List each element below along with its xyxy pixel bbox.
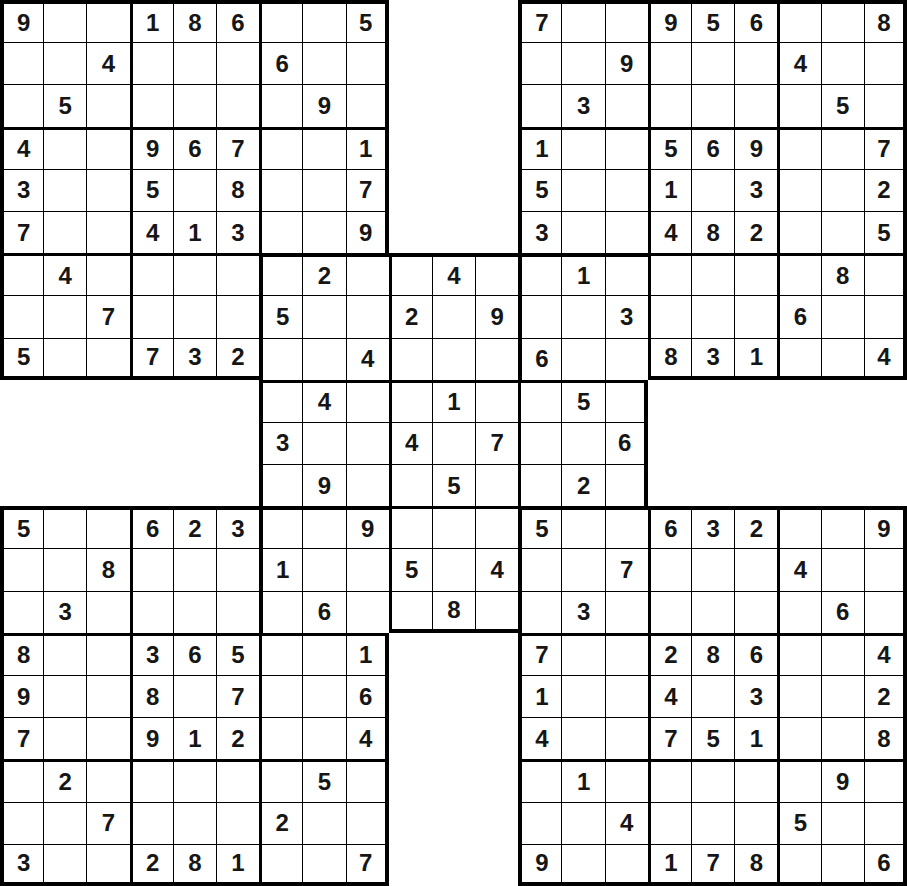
- cell-15-17-given[interactable]: 6: [734, 633, 777, 675]
- cell-19-2-given[interactable]: 7: [86, 802, 129, 844]
- cell-18-16-empty[interactable]: [691, 759, 734, 801]
- cell-14-3-empty[interactable]: [130, 591, 173, 633]
- cell-8-16-given[interactable]: 3: [691, 338, 734, 380]
- cell-8-18-empty[interactable]: [777, 338, 820, 380]
- cell-8-0-given[interactable]: 5: [0, 338, 43, 380]
- cell-16-7-empty[interactable]: [302, 675, 345, 717]
- cell-2-17-empty[interactable]: [734, 84, 777, 126]
- cell-0-3-given[interactable]: 1: [130, 0, 173, 42]
- cell-11-8-empty[interactable]: [346, 464, 389, 506]
- cell-4-5-given[interactable]: 8: [216, 169, 259, 211]
- cell-3-20-given[interactable]: 7: [864, 127, 907, 169]
- cell-15-20-given[interactable]: 4: [864, 633, 907, 675]
- cell-12-18-empty[interactable]: [777, 506, 820, 548]
- cell-1-4-empty[interactable]: [173, 42, 216, 84]
- cell-13-11-given[interactable]: 4: [475, 548, 518, 590]
- cell-10-9-given[interactable]: 4: [389, 422, 432, 464]
- cell-14-19-given[interactable]: 6: [821, 591, 864, 633]
- cell-5-14-empty[interactable]: [605, 211, 648, 253]
- cell-1-7-empty[interactable]: [302, 42, 345, 84]
- cell-17-0-given[interactable]: 7: [0, 717, 43, 759]
- cell-14-5-empty[interactable]: [216, 591, 259, 633]
- cell-1-19-empty[interactable]: [821, 42, 864, 84]
- cell-16-4-empty[interactable]: [173, 675, 216, 717]
- cell-3-19-empty[interactable]: [821, 127, 864, 169]
- cell-15-4-given[interactable]: 6: [173, 633, 216, 675]
- cell-2-18-empty[interactable]: [777, 84, 820, 126]
- cell-2-7-given[interactable]: 9: [302, 84, 345, 126]
- cell-4-19-empty[interactable]: [821, 169, 864, 211]
- cell-16-6-empty[interactable]: [259, 675, 302, 717]
- cell-14-4-empty[interactable]: [173, 591, 216, 633]
- cell-16-13-empty[interactable]: [561, 675, 604, 717]
- cell-19-12-empty[interactable]: [518, 802, 561, 844]
- cell-8-19-empty[interactable]: [821, 338, 864, 380]
- cell-20-20-given[interactable]: 6: [864, 844, 907, 886]
- cell-17-14-empty[interactable]: [605, 717, 648, 759]
- cell-17-4-given[interactable]: 1: [173, 717, 216, 759]
- cell-12-16-given[interactable]: 3: [691, 506, 734, 548]
- cell-12-0-given[interactable]: 5: [0, 506, 43, 548]
- cell-14-9-empty[interactable]: [389, 591, 432, 633]
- cell-8-4-given[interactable]: 3: [173, 338, 216, 380]
- cell-1-8-empty[interactable]: [346, 42, 389, 84]
- cell-5-20-given[interactable]: 5: [864, 211, 907, 253]
- cell-19-5-empty[interactable]: [216, 802, 259, 844]
- cell-18-2-empty[interactable]: [86, 759, 129, 801]
- cell-13-2-given[interactable]: 8: [86, 548, 129, 590]
- cell-18-3-empty[interactable]: [130, 759, 173, 801]
- cell-8-13-empty[interactable]: [561, 338, 604, 380]
- cell-5-1-empty[interactable]: [43, 211, 86, 253]
- cell-3-7-empty[interactable]: [302, 127, 345, 169]
- cell-14-14-empty[interactable]: [605, 591, 648, 633]
- cell-10-10-empty[interactable]: [432, 422, 475, 464]
- cell-4-1-empty[interactable]: [43, 169, 86, 211]
- cell-17-15-given[interactable]: 7: [648, 717, 691, 759]
- cell-0-18-empty[interactable]: [777, 0, 820, 42]
- cell-8-14-empty[interactable]: [605, 338, 648, 380]
- cell-20-1-empty[interactable]: [43, 844, 86, 886]
- cell-19-7-empty[interactable]: [302, 802, 345, 844]
- cell-4-2-empty[interactable]: [86, 169, 129, 211]
- cell-18-13-given[interactable]: 1: [561, 759, 604, 801]
- cell-20-7-empty[interactable]: [302, 844, 345, 886]
- cell-9-6-empty[interactable]: [259, 380, 302, 422]
- cell-6-2-empty[interactable]: [86, 253, 129, 295]
- cell-19-6-given[interactable]: 2: [259, 802, 302, 844]
- cell-7-11-given[interactable]: 9: [475, 295, 518, 337]
- cell-1-0-empty[interactable]: [0, 42, 43, 84]
- cell-1-14-given[interactable]: 9: [605, 42, 648, 84]
- cell-18-17-empty[interactable]: [734, 759, 777, 801]
- cell-3-6-empty[interactable]: [259, 127, 302, 169]
- cell-0-19-empty[interactable]: [821, 0, 864, 42]
- cell-6-19-given[interactable]: 8: [821, 253, 864, 295]
- cell-3-16-given[interactable]: 6: [691, 127, 734, 169]
- cell-17-6-empty[interactable]: [259, 717, 302, 759]
- cell-2-15-empty[interactable]: [648, 84, 691, 126]
- cell-14-8-empty[interactable]: [346, 591, 389, 633]
- cell-8-8-given[interactable]: 4: [346, 338, 389, 380]
- cell-1-13-empty[interactable]: [561, 42, 604, 84]
- cell-8-7-empty[interactable]: [302, 338, 345, 380]
- cell-11-12-empty[interactable]: [518, 464, 561, 506]
- cell-12-3-given[interactable]: 6: [130, 506, 173, 548]
- cell-3-18-empty[interactable]: [777, 127, 820, 169]
- cell-10-11-given[interactable]: 7: [475, 422, 518, 464]
- cell-1-6-given[interactable]: 6: [259, 42, 302, 84]
- cell-10-14-given[interactable]: 6: [605, 422, 648, 464]
- cell-13-12-empty[interactable]: [518, 548, 561, 590]
- cell-16-19-empty[interactable]: [821, 675, 864, 717]
- cell-16-5-given[interactable]: 7: [216, 675, 259, 717]
- cell-7-8-empty[interactable]: [346, 295, 389, 337]
- cell-13-14-given[interactable]: 7: [605, 548, 648, 590]
- cell-3-13-empty[interactable]: [561, 127, 604, 169]
- cell-17-12-given[interactable]: 4: [518, 717, 561, 759]
- cell-7-2-given[interactable]: 7: [86, 295, 129, 337]
- cell-14-1-given[interactable]: 3: [43, 591, 86, 633]
- cell-12-1-empty[interactable]: [43, 506, 86, 548]
- cell-7-18-given[interactable]: 6: [777, 295, 820, 337]
- cell-6-17-empty[interactable]: [734, 253, 777, 295]
- cell-5-8-given[interactable]: 9: [346, 211, 389, 253]
- cell-0-8-given[interactable]: 5: [346, 0, 389, 42]
- cell-3-17-given[interactable]: 9: [734, 127, 777, 169]
- cell-13-3-empty[interactable]: [130, 548, 173, 590]
- cell-7-13-empty[interactable]: [561, 295, 604, 337]
- cell-0-16-given[interactable]: 5: [691, 0, 734, 42]
- cell-9-14-empty[interactable]: [605, 380, 648, 422]
- cell-12-12-given[interactable]: 5: [518, 506, 561, 548]
- cell-12-2-empty[interactable]: [86, 506, 129, 548]
- cell-12-10-empty[interactable]: [432, 506, 475, 548]
- cell-18-7-given[interactable]: 5: [302, 759, 345, 801]
- cell-20-15-given[interactable]: 1: [648, 844, 691, 886]
- cell-14-15-empty[interactable]: [648, 591, 691, 633]
- cell-8-1-empty[interactable]: [43, 338, 86, 380]
- cell-3-5-given[interactable]: 7: [216, 127, 259, 169]
- cell-16-8-given[interactable]: 6: [346, 675, 389, 717]
- cell-12-5-given[interactable]: 3: [216, 506, 259, 548]
- cell-4-13-empty[interactable]: [561, 169, 604, 211]
- cell-0-5-given[interactable]: 6: [216, 0, 259, 42]
- cell-11-10-given[interactable]: 5: [432, 464, 475, 506]
- cell-16-20-given[interactable]: 2: [864, 675, 907, 717]
- cell-6-5-empty[interactable]: [216, 253, 259, 295]
- cell-7-9-given[interactable]: 2: [389, 295, 432, 337]
- cell-7-0-empty[interactable]: [0, 295, 43, 337]
- cell-20-14-empty[interactable]: [605, 844, 648, 886]
- cell-11-11-empty[interactable]: [475, 464, 518, 506]
- cell-15-15-given[interactable]: 2: [648, 633, 691, 675]
- cell-3-8-given[interactable]: 1: [346, 127, 389, 169]
- cell-15-1-empty[interactable]: [43, 633, 86, 675]
- cell-17-18-empty[interactable]: [777, 717, 820, 759]
- cell-13-7-empty[interactable]: [302, 548, 345, 590]
- cell-6-8-empty[interactable]: [346, 253, 389, 295]
- cell-17-20-given[interactable]: 8: [864, 717, 907, 759]
- cell-15-18-empty[interactable]: [777, 633, 820, 675]
- cell-18-5-empty[interactable]: [216, 759, 259, 801]
- cell-20-18-empty[interactable]: [777, 844, 820, 886]
- cell-14-12-empty[interactable]: [518, 591, 561, 633]
- cell-5-16-given[interactable]: 8: [691, 211, 734, 253]
- cell-11-6-empty[interactable]: [259, 464, 302, 506]
- cell-12-17-given[interactable]: 2: [734, 506, 777, 548]
- cell-14-17-empty[interactable]: [734, 591, 777, 633]
- cell-1-5-empty[interactable]: [216, 42, 259, 84]
- cell-13-6-given[interactable]: 1: [259, 548, 302, 590]
- cell-18-18-empty[interactable]: [777, 759, 820, 801]
- cell-0-7-empty[interactable]: [302, 0, 345, 42]
- cell-8-3-given[interactable]: 7: [130, 338, 173, 380]
- cell-2-1-given[interactable]: 5: [43, 84, 86, 126]
- cell-4-14-empty[interactable]: [605, 169, 648, 211]
- cell-15-13-empty[interactable]: [561, 633, 604, 675]
- cell-6-20-empty[interactable]: [864, 253, 907, 295]
- cell-11-13-given[interactable]: 2: [561, 464, 604, 506]
- cell-6-18-empty[interactable]: [777, 253, 820, 295]
- cell-7-15-empty[interactable]: [648, 295, 691, 337]
- cell-4-18-empty[interactable]: [777, 169, 820, 211]
- cell-20-6-empty[interactable]: [259, 844, 302, 886]
- cell-3-3-given[interactable]: 9: [130, 127, 173, 169]
- cell-8-6-empty[interactable]: [259, 338, 302, 380]
- cell-17-17-given[interactable]: 1: [734, 717, 777, 759]
- cell-2-19-given[interactable]: 5: [821, 84, 864, 126]
- cell-6-10-given[interactable]: 4: [432, 253, 475, 295]
- cell-20-13-empty[interactable]: [561, 844, 604, 886]
- cell-6-14-empty[interactable]: [605, 253, 648, 295]
- cell-20-0-given[interactable]: 3: [0, 844, 43, 886]
- cell-1-2-given[interactable]: 4: [86, 42, 129, 84]
- cell-20-5-given[interactable]: 1: [216, 844, 259, 886]
- cell-12-14-empty[interactable]: [605, 506, 648, 548]
- cell-12-9-empty[interactable]: [389, 506, 432, 548]
- cell-5-19-empty[interactable]: [821, 211, 864, 253]
- cell-5-12-given[interactable]: 3: [518, 211, 561, 253]
- cell-19-0-empty[interactable]: [0, 802, 43, 844]
- cell-13-18-given[interactable]: 4: [777, 548, 820, 590]
- cell-13-1-empty[interactable]: [43, 548, 86, 590]
- cell-7-7-empty[interactable]: [302, 295, 345, 337]
- cell-18-20-empty[interactable]: [864, 759, 907, 801]
- cell-10-7-empty[interactable]: [302, 422, 345, 464]
- cell-13-16-empty[interactable]: [691, 548, 734, 590]
- cell-12-8-given[interactable]: 9: [346, 506, 389, 548]
- cell-9-9-empty[interactable]: [389, 380, 432, 422]
- cell-4-20-given[interactable]: 2: [864, 169, 907, 211]
- cell-5-5-given[interactable]: 3: [216, 211, 259, 253]
- cell-2-3-empty[interactable]: [130, 84, 173, 126]
- cell-1-20-empty[interactable]: [864, 42, 907, 84]
- cell-13-4-empty[interactable]: [173, 548, 216, 590]
- cell-7-20-empty[interactable]: [864, 295, 907, 337]
- cell-12-7-empty[interactable]: [302, 506, 345, 548]
- cell-1-3-empty[interactable]: [130, 42, 173, 84]
- cell-19-18-given[interactable]: 5: [777, 802, 820, 844]
- cell-5-6-empty[interactable]: [259, 211, 302, 253]
- cell-19-3-empty[interactable]: [130, 802, 173, 844]
- cell-9-7-given[interactable]: 4: [302, 380, 345, 422]
- cell-19-20-empty[interactable]: [864, 802, 907, 844]
- cell-14-7-given[interactable]: 6: [302, 591, 345, 633]
- cell-4-8-given[interactable]: 7: [346, 169, 389, 211]
- cell-18-19-given[interactable]: 9: [821, 759, 864, 801]
- cell-6-7-given[interactable]: 2: [302, 253, 345, 295]
- cell-7-4-empty[interactable]: [173, 295, 216, 337]
- cell-16-16-empty[interactable]: [691, 675, 734, 717]
- cell-16-3-given[interactable]: 8: [130, 675, 173, 717]
- cell-11-14-empty[interactable]: [605, 464, 648, 506]
- cell-3-12-given[interactable]: 1: [518, 127, 561, 169]
- cell-13-19-empty[interactable]: [821, 548, 864, 590]
- cell-7-5-empty[interactable]: [216, 295, 259, 337]
- cell-10-6-given[interactable]: 3: [259, 422, 302, 464]
- cell-19-1-empty[interactable]: [43, 802, 86, 844]
- cell-18-6-empty[interactable]: [259, 759, 302, 801]
- cell-7-14-given[interactable]: 3: [605, 295, 648, 337]
- cell-16-14-empty[interactable]: [605, 675, 648, 717]
- cell-18-4-empty[interactable]: [173, 759, 216, 801]
- cell-0-1-empty[interactable]: [43, 0, 86, 42]
- cell-15-7-empty[interactable]: [302, 633, 345, 675]
- cell-4-15-given[interactable]: 1: [648, 169, 691, 211]
- cell-14-18-empty[interactable]: [777, 591, 820, 633]
- cell-9-10-given[interactable]: 1: [432, 380, 475, 422]
- cell-18-1-given[interactable]: 2: [43, 759, 86, 801]
- cell-14-0-empty[interactable]: [0, 591, 43, 633]
- cell-3-15-given[interactable]: 5: [648, 127, 691, 169]
- cell-6-15-empty[interactable]: [648, 253, 691, 295]
- cell-14-6-empty[interactable]: [259, 591, 302, 633]
- cell-2-5-empty[interactable]: [216, 84, 259, 126]
- cell-13-0-empty[interactable]: [0, 548, 43, 590]
- cell-17-2-empty[interactable]: [86, 717, 129, 759]
- cell-0-12-given[interactable]: 7: [518, 0, 561, 42]
- cell-7-12-empty[interactable]: [518, 295, 561, 337]
- cell-18-14-empty[interactable]: [605, 759, 648, 801]
- cell-7-6-given[interactable]: 5: [259, 295, 302, 337]
- cell-18-8-empty[interactable]: [346, 759, 389, 801]
- cell-16-18-empty[interactable]: [777, 675, 820, 717]
- cell-20-17-given[interactable]: 8: [734, 844, 777, 886]
- cell-20-19-empty[interactable]: [821, 844, 864, 886]
- cell-5-15-given[interactable]: 4: [648, 211, 691, 253]
- cell-15-3-given[interactable]: 3: [130, 633, 173, 675]
- cell-8-15-given[interactable]: 8: [648, 338, 691, 380]
- cell-11-9-empty[interactable]: [389, 464, 432, 506]
- cell-8-20-given[interactable]: 4: [864, 338, 907, 380]
- cell-19-19-empty[interactable]: [821, 802, 864, 844]
- cell-5-13-empty[interactable]: [561, 211, 604, 253]
- cell-14-2-empty[interactable]: [86, 591, 129, 633]
- cell-16-12-given[interactable]: 1: [518, 675, 561, 717]
- cell-0-15-given[interactable]: 9: [648, 0, 691, 42]
- cell-12-15-given[interactable]: 6: [648, 506, 691, 548]
- cell-0-20-given[interactable]: 8: [864, 0, 907, 42]
- cell-3-2-empty[interactable]: [86, 127, 129, 169]
- cell-0-14-empty[interactable]: [605, 0, 648, 42]
- cell-2-12-empty[interactable]: [518, 84, 561, 126]
- cell-0-2-empty[interactable]: [86, 0, 129, 42]
- cell-13-8-empty[interactable]: [346, 548, 389, 590]
- cell-6-12-empty[interactable]: [518, 253, 561, 295]
- cell-19-13-empty[interactable]: [561, 802, 604, 844]
- cell-5-3-given[interactable]: 4: [130, 211, 173, 253]
- cell-7-19-empty[interactable]: [821, 295, 864, 337]
- cell-6-13-given[interactable]: 1: [561, 253, 604, 295]
- cell-0-6-empty[interactable]: [259, 0, 302, 42]
- cell-18-15-empty[interactable]: [648, 759, 691, 801]
- cell-6-3-empty[interactable]: [130, 253, 173, 295]
- cell-15-8-given[interactable]: 1: [346, 633, 389, 675]
- cell-10-8-empty[interactable]: [346, 422, 389, 464]
- cell-4-17-given[interactable]: 3: [734, 169, 777, 211]
- cell-7-1-empty[interactable]: [43, 295, 86, 337]
- cell-1-17-empty[interactable]: [734, 42, 777, 84]
- cell-13-13-empty[interactable]: [561, 548, 604, 590]
- cell-8-2-empty[interactable]: [86, 338, 129, 380]
- cell-3-1-empty[interactable]: [43, 127, 86, 169]
- cell-4-3-given[interactable]: 5: [130, 169, 173, 211]
- cell-16-0-given[interactable]: 9: [0, 675, 43, 717]
- cell-2-13-given[interactable]: 3: [561, 84, 604, 126]
- cell-20-3-given[interactable]: 2: [130, 844, 173, 886]
- cell-6-0-empty[interactable]: [0, 253, 43, 295]
- cell-13-17-empty[interactable]: [734, 548, 777, 590]
- cell-5-17-given[interactable]: 2: [734, 211, 777, 253]
- cell-12-20-given[interactable]: 9: [864, 506, 907, 548]
- cell-0-17-given[interactable]: 6: [734, 0, 777, 42]
- cell-8-9-empty[interactable]: [389, 338, 432, 380]
- cell-4-6-empty[interactable]: [259, 169, 302, 211]
- cell-7-3-empty[interactable]: [130, 295, 173, 337]
- cell-14-13-given[interactable]: 3: [561, 591, 604, 633]
- cell-11-7-given[interactable]: 9: [302, 464, 345, 506]
- cell-15-6-empty[interactable]: [259, 633, 302, 675]
- cell-17-1-empty[interactable]: [43, 717, 86, 759]
- cell-2-2-empty[interactable]: [86, 84, 129, 126]
- cell-8-11-empty[interactable]: [475, 338, 518, 380]
- cell-0-13-empty[interactable]: [561, 0, 604, 42]
- cell-17-8-given[interactable]: 4: [346, 717, 389, 759]
- cell-4-16-empty[interactable]: [691, 169, 734, 211]
- cell-4-0-given[interactable]: 3: [0, 169, 43, 211]
- cell-8-5-given[interactable]: 2: [216, 338, 259, 380]
- cell-2-16-empty[interactable]: [691, 84, 734, 126]
- cell-12-11-empty[interactable]: [475, 506, 518, 548]
- cell-17-3-given[interactable]: 9: [130, 717, 173, 759]
- cell-1-1-empty[interactable]: [43, 42, 86, 84]
- cell-10-12-empty[interactable]: [518, 422, 561, 464]
- cell-15-5-given[interactable]: 5: [216, 633, 259, 675]
- cell-5-18-empty[interactable]: [777, 211, 820, 253]
- cell-0-4-given[interactable]: 8: [173, 0, 216, 42]
- cell-20-2-empty[interactable]: [86, 844, 129, 886]
- cell-3-0-given[interactable]: 4: [0, 127, 43, 169]
- cell-14-10-given[interactable]: 8: [432, 591, 475, 633]
- cell-2-6-empty[interactable]: [259, 84, 302, 126]
- cell-16-2-empty[interactable]: [86, 675, 129, 717]
- cell-19-17-empty[interactable]: [734, 802, 777, 844]
- cell-5-4-given[interactable]: 1: [173, 211, 216, 253]
- cell-2-14-empty[interactable]: [605, 84, 648, 126]
- cell-5-7-empty[interactable]: [302, 211, 345, 253]
- cell-20-12-given[interactable]: 9: [518, 844, 561, 886]
